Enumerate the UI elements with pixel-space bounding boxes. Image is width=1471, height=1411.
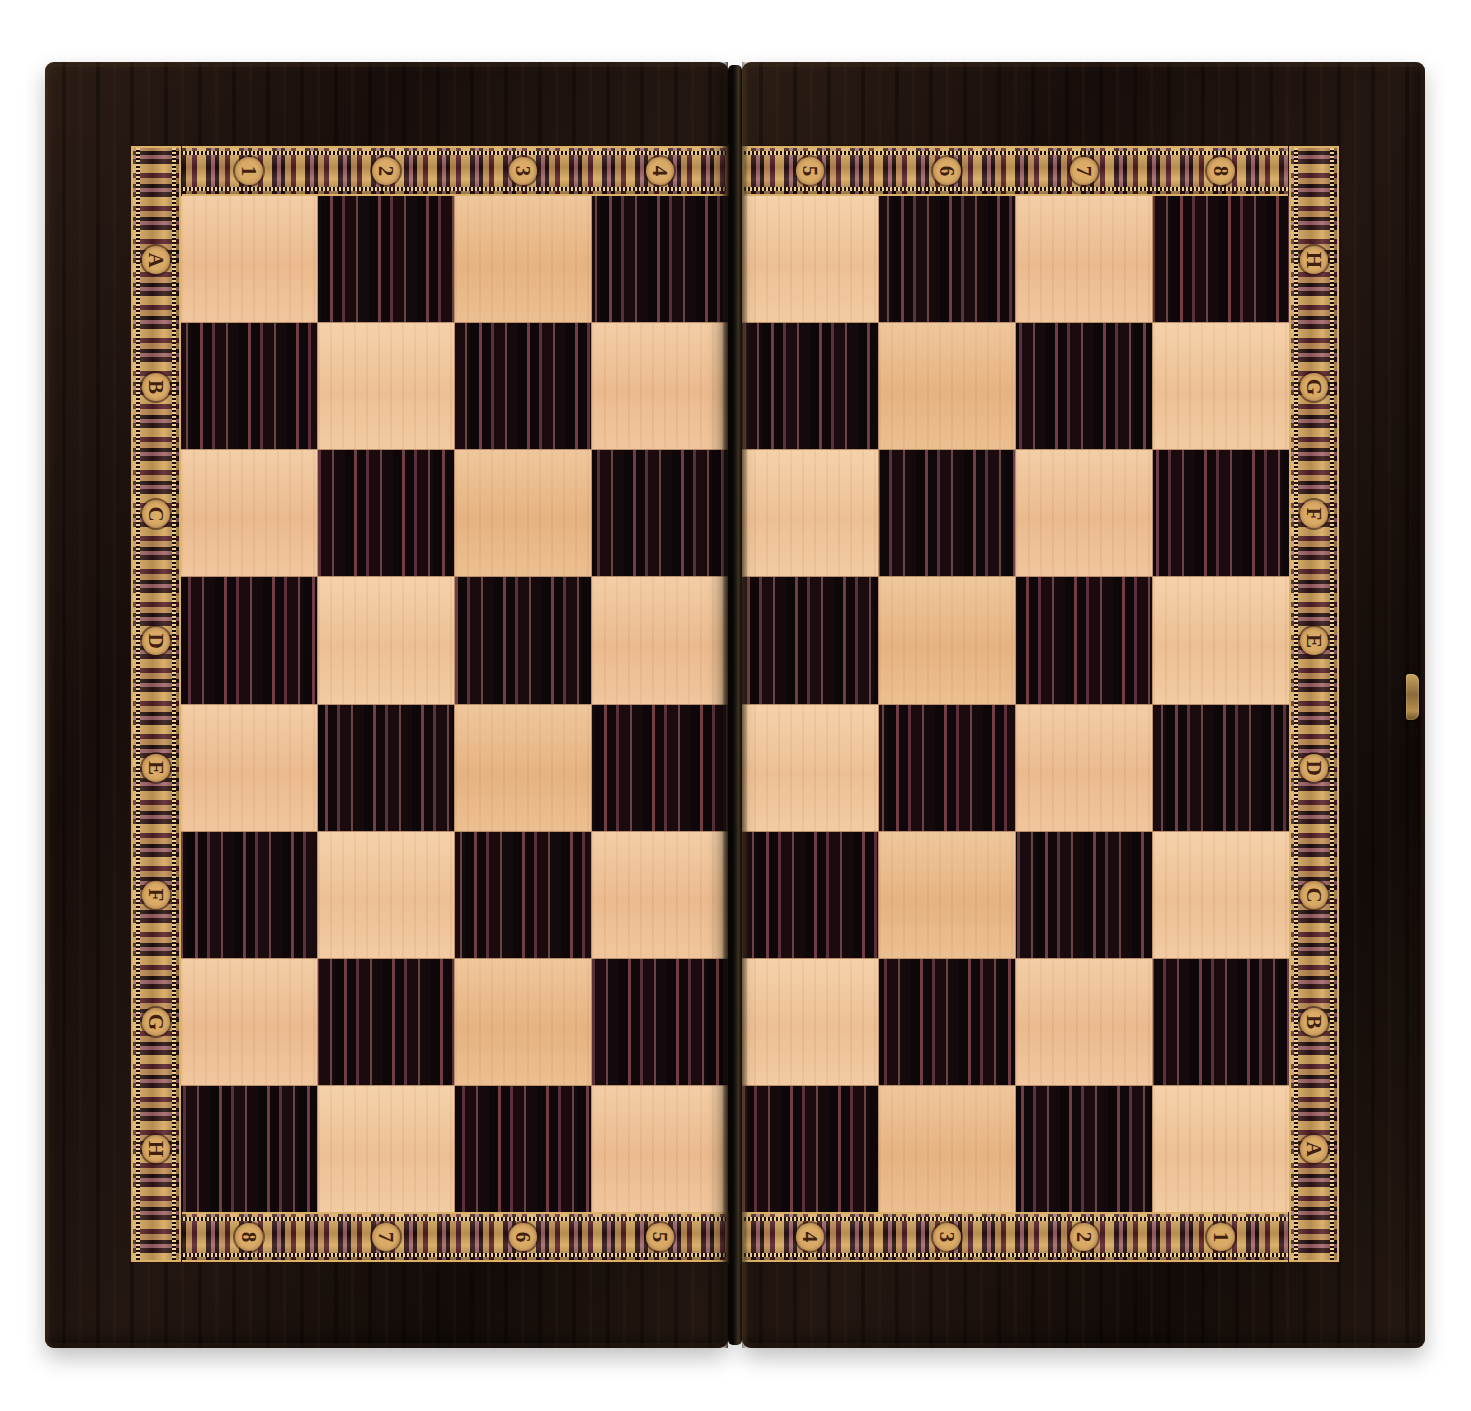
square-2B[interactable] (318, 323, 454, 449)
square-6C[interactable] (879, 450, 1015, 576)
square-6G[interactable] (879, 959, 1015, 1085)
coord-label-right-E: E (1300, 627, 1328, 655)
brass-clasp-icon (1406, 674, 1419, 720)
square-1E[interactable] (181, 705, 317, 831)
coord-label-top-8: 8 (1207, 157, 1235, 185)
folding-chess-board: 18273645ABCDEFGH 54637281HGFEDCBA (45, 62, 1425, 1348)
coord-label-left-A: A (142, 246, 170, 274)
square-3A[interactable] (455, 196, 591, 322)
square-8G[interactable] (1153, 959, 1289, 1085)
square-5F[interactable] (742, 832, 878, 958)
square-5B[interactable] (742, 323, 878, 449)
coord-label-top-4: 4 (646, 157, 674, 185)
square-2E[interactable] (318, 705, 454, 831)
square-7H[interactable] (1016, 1086, 1152, 1212)
square-7F[interactable] (1016, 832, 1152, 958)
square-5E[interactable] (742, 705, 878, 831)
square-1C[interactable] (181, 450, 317, 576)
square-5A[interactable] (742, 196, 878, 322)
square-4G[interactable] (592, 959, 728, 1085)
square-7C[interactable] (1016, 450, 1152, 576)
squares-grid-right-half (742, 196, 1289, 1212)
square-4F[interactable] (592, 832, 728, 958)
square-3H[interactable] (455, 1086, 591, 1212)
board-right-half: 54637281HGFEDCBA (742, 62, 1425, 1348)
photo-background: { "game": "chess", "board_description": … (0, 0, 1471, 1411)
coord-label-left-G: G (142, 1008, 170, 1036)
square-3G[interactable] (455, 959, 591, 1085)
coord-label-top-6: 6 (933, 157, 961, 185)
square-2D[interactable] (318, 577, 454, 703)
square-2H[interactable] (318, 1086, 454, 1212)
square-7E[interactable] (1016, 705, 1152, 831)
coord-label-left-F: F (142, 881, 170, 909)
square-5D[interactable] (742, 577, 878, 703)
coord-label-right-F: F (1300, 500, 1328, 528)
border-strip-top-left (131, 146, 728, 196)
border-strip-bottom-left (131, 1212, 728, 1262)
square-3F[interactable] (455, 832, 591, 958)
square-8D[interactable] (1153, 577, 1289, 703)
coord-label-bottom-3: 3 (933, 1223, 961, 1251)
square-2G[interactable] (318, 959, 454, 1085)
coord-label-bottom-1: 1 (1207, 1223, 1235, 1251)
coord-label-right-D: D (1300, 754, 1328, 782)
square-1B[interactable] (181, 323, 317, 449)
square-6A[interactable] (879, 196, 1015, 322)
square-6D[interactable] (879, 577, 1015, 703)
board-left-half: 18273645ABCDEFGH (45, 62, 728, 1348)
coord-label-left-D: D (142, 627, 170, 655)
coord-label-bottom-7: 7 (372, 1223, 400, 1251)
square-3E[interactable] (455, 705, 591, 831)
square-4C[interactable] (592, 450, 728, 576)
border-strip-left-edge (131, 146, 181, 1262)
coord-label-left-C: C (142, 500, 170, 528)
coord-label-right-A: A (1300, 1135, 1328, 1163)
coord-label-top-2: 2 (372, 157, 400, 185)
square-4H[interactable] (592, 1086, 728, 1212)
square-7G[interactable] (1016, 959, 1152, 1085)
square-6E[interactable] (879, 705, 1015, 831)
fold-seam (728, 65, 742, 1345)
square-4E[interactable] (592, 705, 728, 831)
square-3B[interactable] (455, 323, 591, 449)
square-1G[interactable] (181, 959, 317, 1085)
coord-label-bottom-5: 5 (646, 1223, 674, 1251)
square-5C[interactable] (742, 450, 878, 576)
square-7A[interactable] (1016, 196, 1152, 322)
square-2C[interactable] (318, 450, 454, 576)
coord-label-right-C: C (1300, 881, 1328, 909)
square-1F[interactable] (181, 832, 317, 958)
square-7B[interactable] (1016, 323, 1152, 449)
coord-label-bottom-6: 6 (509, 1223, 537, 1251)
square-6B[interactable] (879, 323, 1015, 449)
square-3C[interactable] (455, 450, 591, 576)
square-5H[interactable] (742, 1086, 878, 1212)
coord-label-left-E: E (142, 754, 170, 782)
square-1D[interactable] (181, 577, 317, 703)
coord-label-right-B: B (1300, 1008, 1328, 1036)
border-strip-top-right (742, 146, 1339, 196)
coord-label-top-7: 7 (1070, 157, 1098, 185)
square-8H[interactable] (1153, 1086, 1289, 1212)
coord-label-right-H: H (1300, 246, 1328, 274)
coord-label-top-3: 3 (509, 157, 537, 185)
square-5G[interactable] (742, 959, 878, 1085)
square-1A[interactable] (181, 196, 317, 322)
square-2F[interactable] (318, 832, 454, 958)
square-7D[interactable] (1016, 577, 1152, 703)
square-3D[interactable] (455, 577, 591, 703)
square-1H[interactable] (181, 1086, 317, 1212)
square-4B[interactable] (592, 323, 728, 449)
square-8E[interactable] (1153, 705, 1289, 831)
coord-label-left-H: H (142, 1135, 170, 1163)
coord-label-bottom-2: 2 (1070, 1223, 1098, 1251)
square-8A[interactable] (1153, 196, 1289, 322)
coord-label-left-B: B (142, 373, 170, 401)
square-4D[interactable] (592, 577, 728, 703)
square-6F[interactable] (879, 832, 1015, 958)
square-8F[interactable] (1153, 832, 1289, 958)
square-6H[interactable] (879, 1086, 1015, 1212)
border-strip-right-edge (1289, 146, 1339, 1262)
square-8C[interactable] (1153, 450, 1289, 576)
square-4A[interactable] (592, 196, 728, 322)
squares-grid-left-half (181, 196, 728, 1212)
square-8B[interactable] (1153, 323, 1289, 449)
coord-label-right-G: G (1300, 373, 1328, 401)
border-strip-bottom-right (742, 1212, 1339, 1262)
square-2A[interactable] (318, 196, 454, 322)
